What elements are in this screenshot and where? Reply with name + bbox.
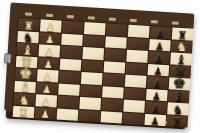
board-square[interactable] [79,97,101,110]
board-square[interactable] [81,72,103,85]
black-rook[interactable]: ♜ [166,116,188,128]
board-square[interactable]: ♝ [14,80,36,93]
board-square[interactable] [58,83,80,96]
board-square[interactable] [101,111,123,124]
board-frame: ♜♟♟♜♞♟♟♞♝♟♟♝♛♟♟♛♚♟♟♚♝♟♟♝♞♟♟♞♜♟♟♜ [4,2,194,121]
board-square[interactable] [60,58,82,71]
board-square[interactable]: ♞ [17,30,39,43]
board-square[interactable] [83,35,105,48]
board-square[interactable]: ♞ [171,40,193,53]
board-square[interactable] [82,47,104,60]
coordinate-mark [151,20,158,23]
black-bishop[interactable]: ♝ [168,89,190,103]
board-square[interactable] [123,100,145,113]
board-square[interactable]: ♟ [148,51,170,64]
board-square[interactable] [126,50,148,63]
coordinate-mark [67,15,74,18]
board-square[interactable] [61,33,83,46]
board-square[interactable] [60,46,82,59]
board-square[interactable]: ♟ [148,64,170,77]
board-square[interactable]: ♟ [39,32,61,45]
board-square[interactable]: ♟ [35,107,57,120]
board-square[interactable]: ♟ [146,88,168,101]
board-square[interactable] [128,25,150,38]
black-pawn[interactable]: ♟ [144,116,166,127]
hinge-icon [4,53,12,63]
board-square[interactable] [57,96,79,109]
board-square[interactable]: ♟ [38,57,60,70]
board-square[interactable]: ♟ [40,19,62,32]
coordinate-mark [25,13,32,16]
board-square[interactable] [127,37,149,50]
board-square[interactable]: ♟ [39,44,61,57]
board-square[interactable] [80,84,102,97]
board-square[interactable]: ♜ [172,27,194,40]
coordinate-mark [172,22,179,25]
board-square[interactable]: ♟ [35,94,57,107]
board-square[interactable] [59,71,81,84]
board-square[interactable] [126,62,148,75]
board-square[interactable] [79,109,101,122]
photo-background: ♜♟♟♜♞♟♟♞♝♟♟♝♛♟♟♛♚♟♟♚♝♟♟♝♞♟♟♞♜♟♟♜ [0,0,200,133]
board-square[interactable] [101,98,123,111]
board-square[interactable]: ♟ [147,76,169,89]
chess-board: ♜♟♟♜♞♟♟♞♝♟♟♝♛♟♟♛♚♟♟♚♝♟♟♝♞♟♟♞♜♟♟♜ [12,17,185,119]
coordinate-mark [46,14,53,17]
board-square[interactable]: ♜ [18,18,40,31]
board-square[interactable]: ♟ [145,101,167,114]
white-bishop[interactable]: ♝ [14,80,36,94]
board-square[interactable]: ♝ [168,90,190,103]
white-rook[interactable]: ♜ [13,107,35,119]
board-square[interactable]: ♟ [149,39,171,52]
board-square[interactable] [123,112,145,125]
board-square[interactable]: ♟ [144,113,166,126]
board-square[interactable]: ♞ [13,93,35,106]
coordinate-mark [109,18,116,21]
chess-set: ♜♟♟♜♞♟♟♞♝♟♟♝♛♟♟♛♚♟♟♚♝♟♟♝♞♟♟♞♜♟♟♜ [4,2,195,129]
board-square[interactable] [106,23,128,36]
board-square[interactable] [102,86,124,99]
board-square[interactable] [124,87,146,100]
white-pawn[interactable]: ♟ [35,109,57,120]
board-square[interactable]: ♟ [150,26,172,39]
board-square[interactable] [104,61,126,74]
board-square[interactable] [57,108,79,121]
board-square[interactable] [82,59,104,72]
board-square[interactable] [125,75,147,88]
board-square[interactable]: ♜ [166,115,188,128]
board-square[interactable]: ♟ [37,69,59,82]
board-square[interactable] [62,21,84,34]
board-square[interactable]: ♟ [36,82,58,95]
coordinate-mark [130,19,137,22]
board-square[interactable] [104,48,126,61]
board-square[interactable]: ♞ [167,102,189,115]
board-square[interactable] [103,73,125,86]
board-square[interactable]: ♜ [13,105,35,118]
board-square[interactable] [84,22,106,35]
coordinate-mark [88,16,95,19]
board-square[interactable] [105,36,127,49]
